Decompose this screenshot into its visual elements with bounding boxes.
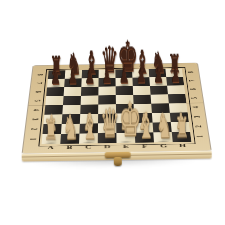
square-c6 <box>81 87 99 96</box>
file-label-bottom-d: D <box>98 144 117 149</box>
square-d5 <box>98 95 116 104</box>
square-e3 <box>116 113 134 123</box>
file-label-bottom-g: G <box>154 143 173 148</box>
square-d2 <box>98 123 116 133</box>
square-a5 <box>45 96 63 105</box>
rank-right-label-7: 7 <box>189 78 197 83</box>
file-label-bottom-c: C <box>79 145 98 150</box>
square-c5 <box>81 95 99 104</box>
square-g5 <box>151 94 169 103</box>
rank-left-label-3: 3 <box>30 116 38 122</box>
square-f3 <box>134 113 153 123</box>
photo-tilt-wrapper: AABBCCDDEEFFGGHH1122334455667788♜♞♝♛♚♝♞♜… <box>0 0 225 225</box>
square-b5 <box>63 96 81 105</box>
rank-right-label-2: 2 <box>195 123 204 129</box>
file-label-top-e: E <box>115 65 132 67</box>
rank-right-label-8: 8 <box>188 70 196 75</box>
file-label-bottom-h: H <box>173 143 192 148</box>
file-label-top-b: B <box>65 66 82 68</box>
rank-right-label-5: 5 <box>191 95 199 101</box>
square-g4 <box>151 103 170 113</box>
square-d3 <box>98 114 116 124</box>
file-label-bottom-a: A <box>41 145 60 150</box>
square-a6 <box>46 87 64 96</box>
square-e4 <box>116 104 134 114</box>
rank-left-label-8: 8 <box>36 72 44 77</box>
rank-right-label-6: 6 <box>190 86 198 92</box>
file-label-top-c: C <box>82 66 99 68</box>
file-label-bottom-f: F <box>135 144 154 149</box>
square-f6 <box>133 86 151 95</box>
square-b6 <box>64 87 82 96</box>
clasp-knob-icon <box>114 157 122 166</box>
square-f4 <box>134 104 152 114</box>
square-g3 <box>152 113 171 123</box>
square-e6 <box>116 86 134 95</box>
square-f5 <box>133 95 151 104</box>
rank-left-label-1: 1 <box>28 136 37 143</box>
square-e5 <box>116 95 134 104</box>
square-b2 <box>61 124 80 134</box>
rank-right-label-1: 1 <box>196 133 205 140</box>
square-g1 <box>153 132 172 142</box>
file-label-bottom-b: B <box>60 145 79 150</box>
file-label-top-g: G <box>148 65 165 67</box>
square-h3 <box>170 112 189 122</box>
square-h5 <box>168 94 187 103</box>
square-c3 <box>80 114 98 124</box>
chess-board: AABBCCDDEEFFGGHH1122334455667788♜♞♝♛♚♝♞♜… <box>23 63 211 153</box>
square-a3 <box>43 114 62 124</box>
square-d6 <box>98 86 115 95</box>
square-b3 <box>62 114 81 124</box>
square-h4 <box>169 103 188 113</box>
square-h6 <box>167 85 185 94</box>
square-d4 <box>98 104 116 114</box>
rank-left-label-2: 2 <box>29 126 37 132</box>
brass-clasp-icon <box>105 152 131 158</box>
rank-left-label-7: 7 <box>35 80 43 86</box>
square-c2 <box>79 123 98 133</box>
file-label-top-h: H <box>165 64 182 66</box>
square-c4 <box>80 104 98 114</box>
square-b4 <box>62 105 80 115</box>
square-g6 <box>150 86 168 95</box>
rank-right-label-4: 4 <box>192 104 200 110</box>
file-label-top-d: D <box>99 65 116 67</box>
rank-left-label-4: 4 <box>31 107 39 113</box>
square-a4 <box>44 105 63 115</box>
file-label-top-a: A <box>49 66 66 68</box>
file-label-top-f: F <box>132 65 149 67</box>
file-label-bottom-e: E <box>117 144 136 149</box>
chess-set-photo: AABBCCDDEEFFGGHH1122334455667788♜♞♝♛♚♝♞♜… <box>0 0 225 225</box>
rank-right-label-3: 3 <box>194 114 202 120</box>
rank-left-label-5: 5 <box>33 98 41 104</box>
rank-left-label-6: 6 <box>34 89 42 95</box>
